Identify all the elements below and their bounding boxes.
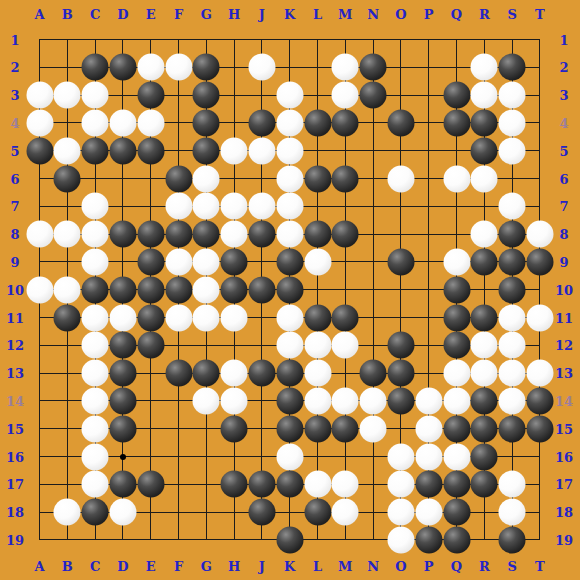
stone-black-Q12: [443, 332, 470, 359]
column-label-top-S: S: [507, 8, 516, 21]
stone-black-Q19: [443, 526, 470, 553]
stone-white-J7: [248, 193, 275, 220]
stone-white-R3: [471, 82, 498, 109]
stone-white-M18: [332, 499, 359, 526]
stone-black-F8: [165, 221, 192, 248]
stone-white-P16: [415, 443, 442, 470]
stone-black-L6: [304, 165, 331, 192]
column-label-bottom-Q: Q: [451, 560, 462, 573]
stone-white-O18: [387, 499, 414, 526]
stone-white-C13: [82, 360, 109, 387]
row-label-right-19: 19: [555, 533, 573, 546]
row-label-left-16: 16: [6, 450, 24, 463]
stone-white-S18: [499, 499, 526, 526]
stone-white-D11: [109, 304, 136, 331]
stone-black-F13: [165, 360, 192, 387]
stone-white-E2: [137, 54, 164, 81]
stone-white-G7: [193, 193, 220, 220]
stone-black-E3: [137, 82, 164, 109]
go-board[interactable]: AABBCCDDEEFFGGHHJJKKLLMMNNOOPPQQRRSSTT11…: [0, 0, 580, 580]
stone-black-H17: [221, 471, 248, 498]
stone-white-B5: [54, 137, 81, 164]
stone-black-Q11: [443, 304, 470, 331]
stone-white-G9: [193, 248, 220, 275]
stone-white-S14: [499, 387, 526, 414]
stone-white-S3: [499, 82, 526, 109]
stone-black-D5: [109, 137, 136, 164]
stone-black-M11: [332, 304, 359, 331]
column-label-bottom-A: A: [34, 560, 44, 573]
row-label-right-5: 5: [559, 144, 568, 157]
stone-black-G13: [193, 360, 220, 387]
column-label-top-Q: Q: [451, 8, 462, 21]
stone-white-R6: [471, 165, 498, 192]
stone-white-A8: [26, 221, 53, 248]
stone-white-K12: [276, 332, 303, 359]
stone-white-M17: [332, 471, 359, 498]
stone-black-M6: [332, 165, 359, 192]
stone-white-K3: [276, 82, 303, 109]
stone-white-E4: [137, 109, 164, 136]
stone-white-H8: [221, 221, 248, 248]
column-label-top-F: F: [174, 8, 183, 21]
stone-black-L4: [304, 109, 331, 136]
stone-white-C11: [82, 304, 109, 331]
row-label-left-4: 4: [10, 116, 19, 129]
stone-black-N13: [360, 360, 387, 387]
stone-white-O16: [387, 443, 414, 470]
column-label-top-O: O: [395, 8, 406, 21]
stone-black-C18: [82, 499, 109, 526]
stone-black-D10: [109, 276, 136, 303]
stone-black-Q10: [443, 276, 470, 303]
column-label-top-T: T: [535, 8, 545, 21]
stone-white-L14: [304, 387, 331, 414]
row-label-left-3: 3: [10, 89, 19, 102]
stone-black-E11: [137, 304, 164, 331]
column-label-bottom-B: B: [62, 560, 73, 573]
stone-white-M14: [332, 387, 359, 414]
stone-black-L11: [304, 304, 331, 331]
stone-white-S5: [499, 137, 526, 164]
grid-line-vertical: [539, 39, 540, 540]
stone-black-R15: [471, 415, 498, 442]
column-label-top-C: C: [90, 8, 100, 21]
row-label-left-8: 8: [10, 228, 19, 241]
stone-white-P14: [415, 387, 442, 414]
row-label-right-10: 10: [555, 283, 573, 296]
stone-white-Q16: [443, 443, 470, 470]
stone-white-S11: [499, 304, 526, 331]
column-label-bottom-T: T: [535, 560, 545, 573]
stone-black-K15: [276, 415, 303, 442]
stone-white-C9: [82, 248, 109, 275]
column-label-bottom-S: S: [507, 560, 516, 573]
stone-white-J2: [248, 54, 275, 81]
stone-white-K6: [276, 165, 303, 192]
row-label-left-5: 5: [10, 144, 19, 157]
stone-white-K11: [276, 304, 303, 331]
stone-black-C10: [82, 276, 109, 303]
stone-white-M2: [332, 54, 359, 81]
row-label-right-14: 14: [555, 394, 573, 407]
stone-black-H10: [221, 276, 248, 303]
row-label-right-2: 2: [559, 61, 568, 74]
stone-white-G10: [193, 276, 220, 303]
row-label-right-16: 16: [555, 450, 573, 463]
stone-white-B18: [54, 499, 81, 526]
stone-black-O14: [387, 387, 414, 414]
row-label-left-14: 14: [6, 394, 24, 407]
row-label-right-13: 13: [555, 367, 573, 380]
stone-black-D12: [109, 332, 136, 359]
row-label-right-18: 18: [555, 506, 573, 519]
stone-white-H14: [221, 387, 248, 414]
row-label-right-3: 3: [559, 89, 568, 102]
stone-white-S4: [499, 109, 526, 136]
row-label-right-8: 8: [559, 228, 568, 241]
column-label-bottom-D: D: [117, 560, 128, 573]
stone-black-N3: [360, 82, 387, 109]
stone-black-K17: [276, 471, 303, 498]
stone-white-B10: [54, 276, 81, 303]
row-label-left-7: 7: [10, 200, 19, 213]
stone-white-S12: [499, 332, 526, 359]
stone-white-T8: [526, 221, 553, 248]
stone-white-L9: [304, 248, 331, 275]
stone-white-S7: [499, 193, 526, 220]
row-label-right-6: 6: [559, 172, 568, 185]
stone-white-L17: [304, 471, 331, 498]
stone-white-B3: [54, 82, 81, 109]
stone-white-C14: [82, 387, 109, 414]
row-label-right-1: 1: [559, 33, 568, 46]
stone-black-T14: [526, 387, 553, 414]
stone-white-Q6: [443, 165, 470, 192]
stone-white-F11: [165, 304, 192, 331]
stone-white-R12: [471, 332, 498, 359]
row-label-right-12: 12: [555, 339, 573, 352]
row-label-right-15: 15: [555, 422, 573, 435]
stone-black-R11: [471, 304, 498, 331]
stone-black-K19: [276, 526, 303, 553]
stone-black-O9: [387, 248, 414, 275]
stone-white-Q14: [443, 387, 470, 414]
stone-white-R2: [471, 54, 498, 81]
stone-black-E17: [137, 471, 164, 498]
stone-black-G5: [193, 137, 220, 164]
stone-black-K10: [276, 276, 303, 303]
stone-white-Q13: [443, 360, 470, 387]
stone-white-B8: [54, 221, 81, 248]
stone-black-S2: [499, 54, 526, 81]
row-label-left-10: 10: [6, 283, 24, 296]
stone-black-S10: [499, 276, 526, 303]
stone-black-S15: [499, 415, 526, 442]
stone-white-C15: [82, 415, 109, 442]
row-label-left-15: 15: [6, 422, 24, 435]
stone-black-F10: [165, 276, 192, 303]
stone-black-R4: [471, 109, 498, 136]
stone-black-J4: [248, 109, 275, 136]
stone-white-C3: [82, 82, 109, 109]
stone-black-H15: [221, 415, 248, 442]
column-label-bottom-H: H: [228, 560, 240, 573]
column-label-bottom-E: E: [146, 560, 156, 573]
stone-black-M8: [332, 221, 359, 248]
stone-white-C4: [82, 109, 109, 136]
stone-white-F2: [165, 54, 192, 81]
column-label-bottom-J: J: [259, 560, 265, 573]
row-label-left-17: 17: [6, 478, 24, 491]
stone-white-S13: [499, 360, 526, 387]
stone-black-D13: [109, 360, 136, 387]
stone-white-A10: [26, 276, 53, 303]
row-label-left-19: 19: [6, 533, 24, 546]
row-label-left-9: 9: [10, 255, 19, 268]
stone-black-R5: [471, 137, 498, 164]
stone-black-G2: [193, 54, 220, 81]
column-label-top-M: M: [338, 8, 352, 21]
row-label-right-17: 17: [555, 478, 573, 491]
row-label-left-11: 11: [6, 311, 24, 324]
stone-black-J18: [248, 499, 275, 526]
stone-black-C2: [82, 54, 109, 81]
stone-white-A3: [26, 82, 53, 109]
column-label-bottom-F: F: [174, 560, 183, 573]
stone-white-F7: [165, 193, 192, 220]
column-label-top-E: E: [146, 8, 156, 21]
column-label-bottom-M: M: [338, 560, 352, 573]
stone-black-Q18: [443, 499, 470, 526]
stone-white-P15: [415, 415, 442, 442]
column-label-top-B: B: [62, 8, 73, 21]
column-label-top-G: G: [201, 8, 212, 21]
stone-black-S19: [499, 526, 526, 553]
row-label-left-18: 18: [6, 506, 24, 519]
stone-black-H9: [221, 248, 248, 275]
stone-black-Q17: [443, 471, 470, 498]
stone-white-S17: [499, 471, 526, 498]
stone-black-L15: [304, 415, 331, 442]
stone-white-M3: [332, 82, 359, 109]
grid-line-vertical: [373, 39, 374, 540]
stone-black-J8: [248, 221, 275, 248]
column-label-bottom-O: O: [395, 560, 406, 573]
column-label-top-D: D: [117, 8, 128, 21]
stone-white-C8: [82, 221, 109, 248]
column-label-bottom-R: R: [479, 560, 490, 573]
stone-white-A4: [26, 109, 53, 136]
stone-black-O13: [387, 360, 414, 387]
column-label-top-J: J: [259, 8, 265, 21]
stone-black-R16: [471, 443, 498, 470]
stone-white-D4: [109, 109, 136, 136]
stone-black-M15: [332, 415, 359, 442]
stone-white-O6: [387, 165, 414, 192]
stone-black-Q4: [443, 109, 470, 136]
stone-black-B6: [54, 165, 81, 192]
stone-white-K8: [276, 221, 303, 248]
stone-black-D15: [109, 415, 136, 442]
column-label-top-P: P: [424, 8, 434, 21]
stone-black-E12: [137, 332, 164, 359]
stone-black-F6: [165, 165, 192, 192]
stone-white-K16: [276, 443, 303, 470]
column-label-top-R: R: [479, 8, 490, 21]
star-point-D16: [120, 454, 126, 460]
stone-white-K5: [276, 137, 303, 164]
stone-white-C12: [82, 332, 109, 359]
stone-black-J17: [248, 471, 275, 498]
stone-black-D17: [109, 471, 136, 498]
row-label-right-11: 11: [555, 311, 573, 324]
stone-black-G4: [193, 109, 220, 136]
stone-white-G14: [193, 387, 220, 414]
stone-white-T13: [526, 360, 553, 387]
stone-white-R8: [471, 221, 498, 248]
stone-white-R13: [471, 360, 498, 387]
stone-black-R14: [471, 387, 498, 414]
stone-white-M12: [332, 332, 359, 359]
row-label-left-6: 6: [10, 172, 19, 185]
stone-white-H5: [221, 137, 248, 164]
stone-white-O19: [387, 526, 414, 553]
stone-white-P18: [415, 499, 442, 526]
stone-black-A5: [26, 137, 53, 164]
stone-black-D14: [109, 387, 136, 414]
column-label-top-K: K: [284, 8, 295, 21]
row-label-right-7: 7: [559, 200, 568, 213]
stone-black-J10: [248, 276, 275, 303]
stone-white-H7: [221, 193, 248, 220]
stone-white-F9: [165, 248, 192, 275]
stone-black-Q3: [443, 82, 470, 109]
stone-white-J5: [248, 137, 275, 164]
stone-black-G3: [193, 82, 220, 109]
stone-white-K4: [276, 109, 303, 136]
stone-black-G8: [193, 221, 220, 248]
stone-white-L12: [304, 332, 331, 359]
stone-black-J13: [248, 360, 275, 387]
stone-black-P19: [415, 526, 442, 553]
row-label-left-12: 12: [6, 339, 24, 352]
stone-black-R9: [471, 248, 498, 275]
stone-black-S9: [499, 248, 526, 275]
stone-black-E5: [137, 137, 164, 164]
stone-black-D8: [109, 221, 136, 248]
stone-white-D18: [109, 499, 136, 526]
stone-black-Q15: [443, 415, 470, 442]
stone-black-D2: [109, 54, 136, 81]
stone-black-K14: [276, 387, 303, 414]
stone-black-C5: [82, 137, 109, 164]
stone-black-R17: [471, 471, 498, 498]
stone-black-O12: [387, 332, 414, 359]
stone-white-Q9: [443, 248, 470, 275]
stone-white-T11: [526, 304, 553, 331]
stone-white-O17: [387, 471, 414, 498]
column-label-bottom-L: L: [313, 560, 322, 573]
row-label-left-13: 13: [6, 367, 24, 380]
column-label-bottom-N: N: [367, 560, 379, 573]
column-label-bottom-P: P: [424, 560, 434, 573]
row-label-right-9: 9: [559, 255, 568, 268]
stone-black-B11: [54, 304, 81, 331]
stone-white-K7: [276, 193, 303, 220]
row-label-left-2: 2: [10, 61, 19, 74]
stone-white-C7: [82, 193, 109, 220]
stone-white-N15: [360, 415, 387, 442]
stone-black-E9: [137, 248, 164, 275]
stone-black-S8: [499, 221, 526, 248]
stone-black-O4: [387, 109, 414, 136]
stone-white-G6: [193, 165, 220, 192]
row-label-right-4: 4: [559, 116, 568, 129]
stone-black-M4: [332, 109, 359, 136]
stone-white-C16: [82, 443, 109, 470]
column-label-top-H: H: [228, 8, 240, 21]
column-label-top-L: L: [313, 8, 322, 21]
stone-white-H11: [221, 304, 248, 331]
stone-black-K13: [276, 360, 303, 387]
stone-black-T15: [526, 415, 553, 442]
column-label-bottom-K: K: [284, 560, 295, 573]
column-label-bottom-G: G: [201, 560, 212, 573]
stone-black-K9: [276, 248, 303, 275]
stone-black-T9: [526, 248, 553, 275]
stone-white-G11: [193, 304, 220, 331]
stone-black-P17: [415, 471, 442, 498]
stone-black-E8: [137, 221, 164, 248]
column-label-top-A: A: [34, 8, 44, 21]
stone-white-C17: [82, 471, 109, 498]
column-label-top-N: N: [367, 8, 379, 21]
stone-white-N14: [360, 387, 387, 414]
stone-white-H13: [221, 360, 248, 387]
stone-white-L13: [304, 360, 331, 387]
row-label-left-1: 1: [10, 33, 19, 46]
stone-black-N2: [360, 54, 387, 81]
stone-black-L18: [304, 499, 331, 526]
stone-black-E10: [137, 276, 164, 303]
stone-black-L8: [304, 221, 331, 248]
column-label-bottom-C: C: [90, 560, 100, 573]
